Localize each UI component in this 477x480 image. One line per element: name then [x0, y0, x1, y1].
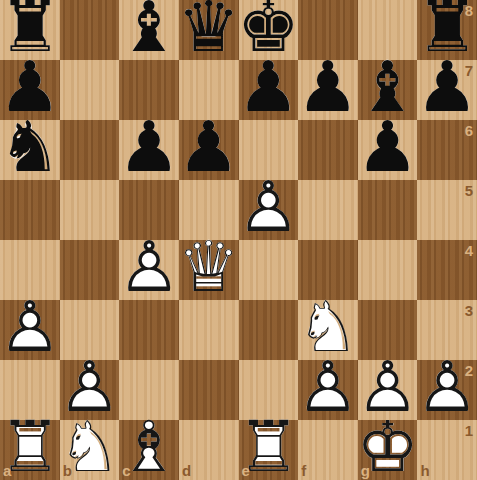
piece-black-pawn-h7[interactable]: ♙♟ — [417, 60, 477, 120]
square-a6[interactable]: ♘♞ — [0, 120, 60, 180]
piece-white-pawn-a3[interactable]: ♟♙ — [0, 300, 60, 360]
black-knight-glyph-outline: ♞ — [0, 112, 61, 182]
white-bishop-glyph-outline: ♗ — [118, 412, 181, 480]
white-queen-glyph-outline: ♕ — [177, 232, 240, 302]
square-d3[interactable] — [179, 300, 239, 360]
piece-white-pawn-e5[interactable]: ♟♙ — [239, 180, 299, 240]
square-f2[interactable]: ♟♙ — [298, 360, 358, 420]
square-c1[interactable]: ♝♗c — [119, 420, 179, 480]
square-g5[interactable] — [358, 180, 418, 240]
square-h7[interactable]: ♙♟7 — [417, 60, 477, 120]
square-c4[interactable]: ♟♙ — [119, 240, 179, 300]
black-pawn-glyph-outline: ♟ — [118, 112, 181, 182]
square-h1[interactable]: h1 — [417, 420, 477, 480]
black-queen-glyph-outline: ♛ — [177, 0, 240, 62]
piece-black-pawn-c6[interactable]: ♙♟ — [119, 120, 179, 180]
square-c6[interactable]: ♙♟ — [119, 120, 179, 180]
piece-white-knight-b1[interactable]: ♞♘ — [60, 420, 120, 480]
square-g6[interactable]: ♙♟ — [358, 120, 418, 180]
square-d4[interactable]: ♛♕ — [179, 240, 239, 300]
file-label-h: h — [420, 462, 429, 479]
square-e4[interactable] — [239, 240, 299, 300]
piece-black-pawn-d6[interactable]: ♙♟ — [179, 120, 239, 180]
white-pawn-glyph-outline: ♙ — [416, 352, 477, 422]
piece-white-pawn-h2[interactable]: ♟♙ — [417, 360, 477, 420]
file-label-d: d — [182, 462, 191, 479]
square-d1[interactable]: d — [179, 420, 239, 480]
piece-white-king-g1[interactable]: ♚♔ — [358, 420, 418, 480]
square-a5[interactable] — [0, 180, 60, 240]
rank-label-4: 4 — [465, 242, 473, 259]
black-bishop-glyph-outline: ♝ — [118, 0, 181, 62]
square-f7[interactable]: ♙♟ — [298, 60, 358, 120]
black-pawn-glyph-outline: ♟ — [356, 112, 419, 182]
square-b4[interactable] — [60, 240, 120, 300]
piece-black-pawn-e7[interactable]: ♙♟ — [239, 60, 299, 120]
piece-white-queen-d4[interactable]: ♛♕ — [179, 240, 239, 300]
rank-label-3: 3 — [465, 302, 473, 319]
black-pawn-glyph-outline: ♟ — [177, 112, 240, 182]
square-b6[interactable] — [60, 120, 120, 180]
square-h6[interactable]: 6 — [417, 120, 477, 180]
square-d8[interactable]: ♕♛ — [179, 0, 239, 60]
rank-label-6: 6 — [465, 122, 473, 139]
square-f6[interactable] — [298, 120, 358, 180]
square-e7[interactable]: ♙♟ — [239, 60, 299, 120]
white-pawn-glyph-outline: ♙ — [237, 172, 300, 242]
square-c3[interactable] — [119, 300, 179, 360]
white-king-glyph-outline: ♔ — [356, 412, 419, 480]
square-b1[interactable]: ♞♘b — [60, 420, 120, 480]
piece-black-knight-a6[interactable]: ♘♞ — [0, 120, 60, 180]
square-g4[interactable] — [358, 240, 418, 300]
piece-black-pawn-f7[interactable]: ♙♟ — [298, 60, 358, 120]
piece-black-bishop-c8[interactable]: ♗♝ — [119, 0, 179, 60]
square-f1[interactable]: f — [298, 420, 358, 480]
white-knight-glyph-outline: ♘ — [58, 412, 121, 480]
file-label-f: f — [301, 462, 306, 479]
white-pawn-glyph-outline: ♙ — [297, 352, 360, 422]
piece-white-pawn-f2[interactable]: ♟♙ — [298, 360, 358, 420]
piece-white-rook-a1[interactable]: ♜♖ — [0, 420, 60, 480]
square-c8[interactable]: ♗♝ — [119, 0, 179, 60]
square-b5[interactable] — [60, 180, 120, 240]
piece-white-pawn-c4[interactable]: ♟♙ — [119, 240, 179, 300]
square-e3[interactable] — [239, 300, 299, 360]
square-b7[interactable] — [60, 60, 120, 120]
square-a1[interactable]: ♜♖a — [0, 420, 60, 480]
piece-white-rook-e1[interactable]: ♜♖ — [239, 420, 299, 480]
black-pawn-glyph-outline: ♟ — [237, 52, 300, 122]
square-h5[interactable]: 5 — [417, 180, 477, 240]
rank-label-1: 1 — [465, 422, 473, 439]
white-rook-glyph-outline: ♖ — [0, 412, 61, 480]
piece-black-pawn-g6[interactable]: ♙♟ — [358, 120, 418, 180]
black-pawn-glyph-outline: ♟ — [416, 52, 477, 122]
square-f5[interactable] — [298, 180, 358, 240]
square-e1[interactable]: ♜♖e — [239, 420, 299, 480]
square-b8[interactable] — [60, 0, 120, 60]
piece-white-bishop-c1[interactable]: ♝♗ — [119, 420, 179, 480]
square-a3[interactable]: ♟♙ — [0, 300, 60, 360]
rank-label-5: 5 — [465, 182, 473, 199]
chess-board: ♖♜♗♝♕♛♔♚♖♜8♙♟♙♟♙♟♗♝♙♟7♘♞♙♟♙♟♙♟6♟♙5♟♙♛♕4♟… — [0, 0, 477, 480]
square-e5[interactable]: ♟♙ — [239, 180, 299, 240]
square-h2[interactable]: ♟♙2 — [417, 360, 477, 420]
white-pawn-glyph-outline: ♙ — [118, 232, 181, 302]
piece-black-queen-d8[interactable]: ♕♛ — [179, 0, 239, 60]
white-rook-glyph-outline: ♖ — [237, 412, 300, 480]
square-d6[interactable]: ♙♟ — [179, 120, 239, 180]
white-pawn-glyph-outline: ♙ — [0, 292, 61, 362]
square-h4[interactable]: 4 — [417, 240, 477, 300]
square-g1[interactable]: ♚♔g — [358, 420, 418, 480]
square-d2[interactable] — [179, 360, 239, 420]
black-pawn-glyph-outline: ♟ — [297, 52, 360, 122]
